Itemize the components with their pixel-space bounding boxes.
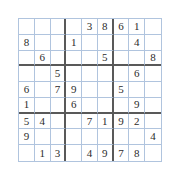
cell-r3c4[interactable] — [66, 51, 82, 67]
cell-r1c7[interactable]: 6 — [114, 19, 130, 35]
cell-r6c5[interactable] — [82, 98, 98, 114]
cell-r4c3[interactable]: 5 — [51, 66, 67, 82]
cell-r2c3[interactable] — [51, 35, 67, 51]
cell-r8c9[interactable]: 4 — [145, 129, 161, 145]
cell-r6c6[interactable] — [98, 98, 114, 114]
cell-r2c7[interactable] — [114, 35, 130, 51]
cell-r6c4[interactable]: 6 — [66, 98, 82, 114]
cell-r6c7[interactable] — [114, 98, 130, 114]
cell-r8c3[interactable] — [51, 129, 67, 145]
cell-r1c2[interactable] — [35, 19, 51, 35]
cell-r9c2[interactable]: 1 — [35, 145, 51, 161]
cell-r2c5[interactable] — [82, 35, 98, 51]
cell-r8c6[interactable] — [98, 129, 114, 145]
cell-r5c5[interactable] — [82, 82, 98, 98]
cell-r2c9[interactable] — [145, 35, 161, 51]
cell-r7c5[interactable]: 7 — [82, 114, 98, 130]
cell-r3c1[interactable] — [19, 51, 35, 67]
cell-r1c5[interactable]: 3 — [82, 19, 98, 35]
cell-r4c7[interactable] — [114, 66, 130, 82]
cell-r7c4[interactable] — [66, 114, 82, 130]
cell-r4c4[interactable] — [66, 66, 82, 82]
cell-r3c7[interactable] — [114, 51, 130, 67]
cell-r2c8[interactable]: 4 — [129, 35, 145, 51]
cell-r4c8[interactable]: 6 — [129, 66, 145, 82]
cell-r9c7[interactable]: 7 — [114, 145, 130, 161]
cell-r5c8[interactable] — [129, 82, 145, 98]
cell-r3c5[interactable] — [82, 51, 98, 67]
cell-r8c7[interactable] — [114, 129, 130, 145]
cell-r6c1[interactable]: 1 — [19, 98, 35, 114]
cell-r2c6[interactable] — [98, 35, 114, 51]
cell-r9c5[interactable]: 4 — [82, 145, 98, 161]
cell-r4c5[interactable] — [82, 66, 98, 82]
cell-r6c8[interactable]: 9 — [129, 98, 145, 114]
cell-r9c3[interactable]: 3 — [51, 145, 67, 161]
cell-r1c6[interactable]: 8 — [98, 19, 114, 35]
cell-r5c9[interactable] — [145, 82, 161, 98]
sudoku-page: 386181465856679516954719294134978 — [0, 0, 180, 180]
cell-r7c6[interactable]: 1 — [98, 114, 114, 130]
cell-r7c8[interactable]: 2 — [129, 114, 145, 130]
cell-r6c3[interactable] — [51, 98, 67, 114]
cell-r4c1[interactable] — [19, 66, 35, 82]
cell-r4c9[interactable] — [145, 66, 161, 82]
cell-r7c1[interactable]: 5 — [19, 114, 35, 130]
cell-r7c9[interactable] — [145, 114, 161, 130]
cell-r7c2[interactable]: 4 — [35, 114, 51, 130]
cell-r1c1[interactable] — [19, 19, 35, 35]
cell-r8c4[interactable] — [66, 129, 82, 145]
cell-r8c2[interactable] — [35, 129, 51, 145]
cell-r5c3[interactable]: 7 — [51, 82, 67, 98]
cell-r1c3[interactable] — [51, 19, 67, 35]
cell-r9c9[interactable] — [145, 145, 161, 161]
cell-r2c4[interactable]: 1 — [66, 35, 82, 51]
cell-r9c1[interactable] — [19, 145, 35, 161]
cell-r5c2[interactable] — [35, 82, 51, 98]
cell-r3c3[interactable] — [51, 51, 67, 67]
cell-r5c6[interactable] — [98, 82, 114, 98]
cell-r9c8[interactable]: 8 — [129, 145, 145, 161]
cell-r7c7[interactable]: 9 — [114, 114, 130, 130]
cell-r3c8[interactable] — [129, 51, 145, 67]
cell-r5c1[interactable]: 6 — [19, 82, 35, 98]
cell-r2c1[interactable]: 8 — [19, 35, 35, 51]
cell-r4c6[interactable] — [98, 66, 114, 82]
cell-r2c2[interactable] — [35, 35, 51, 51]
sudoku-board: 386181465856679516954719294134978 — [18, 18, 162, 162]
cell-r9c4[interactable] — [66, 145, 82, 161]
cell-r3c6[interactable]: 5 — [98, 51, 114, 67]
cell-r1c4[interactable] — [66, 19, 82, 35]
cell-r5c7[interactable]: 5 — [114, 82, 130, 98]
cell-r3c9[interactable]: 8 — [145, 51, 161, 67]
cell-r4c2[interactable] — [35, 66, 51, 82]
cell-r1c9[interactable] — [145, 19, 161, 35]
cell-r8c8[interactable] — [129, 129, 145, 145]
cell-r6c9[interactable] — [145, 98, 161, 114]
cell-r3c2[interactable]: 6 — [35, 51, 51, 67]
cell-r5c4[interactable]: 9 — [66, 82, 82, 98]
cell-r8c5[interactable] — [82, 129, 98, 145]
cell-r6c2[interactable] — [35, 98, 51, 114]
cell-r8c1[interactable]: 9 — [19, 129, 35, 145]
cell-r9c6[interactable]: 9 — [98, 145, 114, 161]
cell-r7c3[interactable] — [51, 114, 67, 130]
cell-r1c8[interactable]: 1 — [129, 19, 145, 35]
